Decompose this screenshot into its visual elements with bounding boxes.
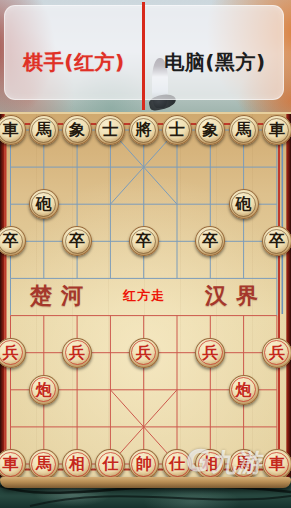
piece-face: 卒: [65, 229, 90, 254]
player-red-label: 棋手(红方): [6, 48, 142, 76]
watermark-text: 九游: [211, 448, 267, 477]
piece-character: 兵: [69, 344, 85, 360]
piece-black-soldier[interactable]: 卒: [262, 226, 291, 256]
turn-indicator: 红方走: [103, 288, 185, 303]
piece-face: 象: [65, 118, 90, 143]
piece-character: 卒: [69, 233, 85, 249]
piece-red-elephant[interactable]: 相: [62, 449, 92, 479]
piece-black-general[interactable]: 將: [129, 115, 159, 145]
piece-character: 炮: [236, 381, 252, 397]
piece-face: 帥: [131, 452, 156, 477]
piece-face: 車: [264, 452, 289, 477]
piece-red-cannon[interactable]: 炮: [29, 375, 59, 405]
app-window: 棋手(红方) 电脑(黑方) 楚河 汉界 红方走 車馬象士將士象馬車砲砲卒卒卒卒卒…: [0, 0, 291, 508]
piece-red-soldier[interactable]: 兵: [62, 338, 92, 368]
piece-character: 象: [202, 122, 218, 138]
piece-face: 卒: [0, 229, 23, 254]
piece-face: 卒: [264, 229, 289, 254]
piece-face: 車: [264, 118, 289, 143]
piece-red-cannon[interactable]: 炮: [229, 375, 259, 405]
piece-red-soldier[interactable]: 兵: [0, 338, 26, 368]
piece-face: 卒: [131, 229, 156, 254]
watermark-logo-icon: G: [184, 443, 214, 478]
piece-red-chariot[interactable]: 車: [262, 449, 291, 479]
piece-face: 炮: [231, 377, 256, 402]
piece-character: 車: [269, 122, 285, 138]
piece-face: 馬: [31, 118, 56, 143]
piece-character: 仕: [169, 456, 185, 472]
piece-face: 兵: [131, 340, 156, 365]
piece-face: 象: [198, 118, 223, 143]
piece-character: 兵: [202, 344, 218, 360]
piece-character: 士: [102, 122, 118, 138]
piece-character: 帥: [136, 456, 152, 472]
piece-face: 將: [131, 118, 156, 143]
piece-character: 卒: [136, 233, 152, 249]
piece-face: 兵: [65, 340, 90, 365]
piece-face: 砲: [231, 192, 256, 217]
piece-character: 車: [3, 456, 19, 472]
piece-face: 仕: [98, 452, 123, 477]
piece-red-soldier[interactable]: 兵: [195, 338, 225, 368]
piece-character: 象: [69, 122, 85, 138]
piece-character: 車: [3, 122, 19, 138]
piece-face: 相: [65, 452, 90, 477]
piece-face: 兵: [264, 340, 289, 365]
piece-face: 士: [98, 118, 123, 143]
river-label-right: 汉界: [205, 281, 267, 311]
piece-character: 馬: [36, 122, 52, 138]
piece-character: 車: [269, 456, 285, 472]
piece-red-soldier[interactable]: 兵: [129, 338, 159, 368]
watermark: G九游: [184, 443, 267, 479]
piece-character: 砲: [36, 196, 52, 212]
piece-black-horse[interactable]: 馬: [29, 115, 59, 145]
piece-black-advisor[interactable]: 士: [162, 115, 192, 145]
piece-character: 相: [69, 456, 85, 472]
piece-character: 卒: [202, 233, 218, 249]
piece-character: 士: [169, 122, 185, 138]
piece-black-cannon[interactable]: 砲: [229, 189, 259, 219]
piece-character: 兵: [269, 344, 285, 360]
piece-face: 炮: [31, 377, 56, 402]
piece-face: 兵: [0, 340, 23, 365]
piece-character: 卒: [269, 233, 285, 249]
piece-black-cannon[interactable]: 砲: [29, 189, 59, 219]
xiangqi-board[interactable]: 楚河 汉界 红方走 車馬象士將士象馬車砲砲卒卒卒卒卒兵兵兵兵兵炮炮車馬相仕帥仕相…: [0, 112, 291, 477]
piece-black-horse[interactable]: 馬: [229, 115, 259, 145]
piece-face: 車: [0, 452, 23, 477]
piece-character: 炮: [36, 381, 52, 397]
piece-black-soldier[interactable]: 卒: [129, 226, 159, 256]
piece-character: 馬: [236, 122, 252, 138]
piece-red-horse[interactable]: 馬: [29, 449, 59, 479]
piece-character: 兵: [136, 344, 152, 360]
piece-character: 砲: [236, 196, 252, 212]
piece-character: 馬: [36, 456, 52, 472]
piece-black-elephant[interactable]: 象: [62, 115, 92, 145]
piece-red-general[interactable]: 帥: [129, 449, 159, 479]
piece-character: 仕: [102, 456, 118, 472]
piece-face: 卒: [198, 229, 223, 254]
piece-face: 兵: [198, 340, 223, 365]
piece-red-chariot[interactable]: 車: [0, 449, 26, 479]
piece-face: 車: [0, 118, 23, 143]
piece-face: 馬: [231, 118, 256, 143]
piece-red-soldier[interactable]: 兵: [262, 338, 291, 368]
piece-face: 馬: [31, 452, 56, 477]
header-divider: [142, 2, 145, 110]
piece-face: 砲: [31, 192, 56, 217]
piece-character: 兵: [3, 344, 19, 360]
player-black-label: 电脑(黑方): [147, 48, 283, 76]
piece-character: 卒: [3, 233, 19, 249]
river-label-left: 楚河: [30, 281, 92, 311]
piece-black-chariot[interactable]: 車: [0, 115, 26, 145]
piece-black-chariot[interactable]: 車: [262, 115, 291, 145]
piece-face: 士: [165, 118, 190, 143]
piece-character: 將: [136, 122, 152, 138]
